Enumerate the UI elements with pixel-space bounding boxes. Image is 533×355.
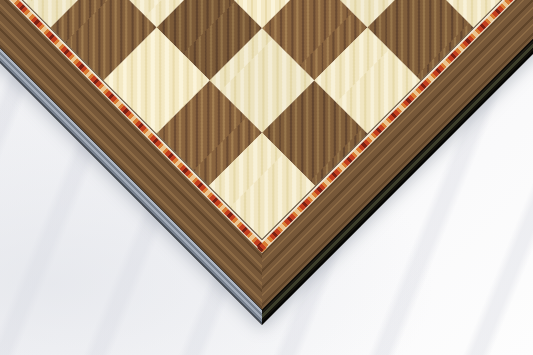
product-photo-background <box>0 0 533 355</box>
chess-board <box>0 0 533 325</box>
